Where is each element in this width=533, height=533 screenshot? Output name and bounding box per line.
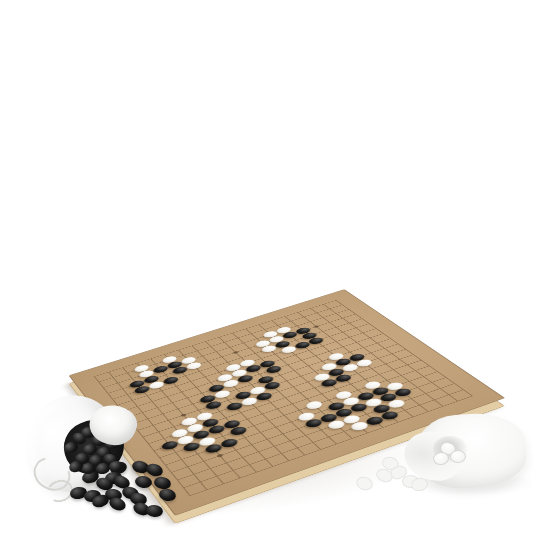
star-point <box>180 413 187 417</box>
star-point <box>233 351 239 354</box>
white-stone <box>304 400 325 411</box>
black-stone <box>152 365 170 374</box>
star-point <box>216 454 223 458</box>
white-stone-at-bag-mouth <box>450 449 466 462</box>
star-point <box>313 325 319 328</box>
go-set-photo <box>0 0 533 533</box>
black-stone <box>162 376 180 386</box>
